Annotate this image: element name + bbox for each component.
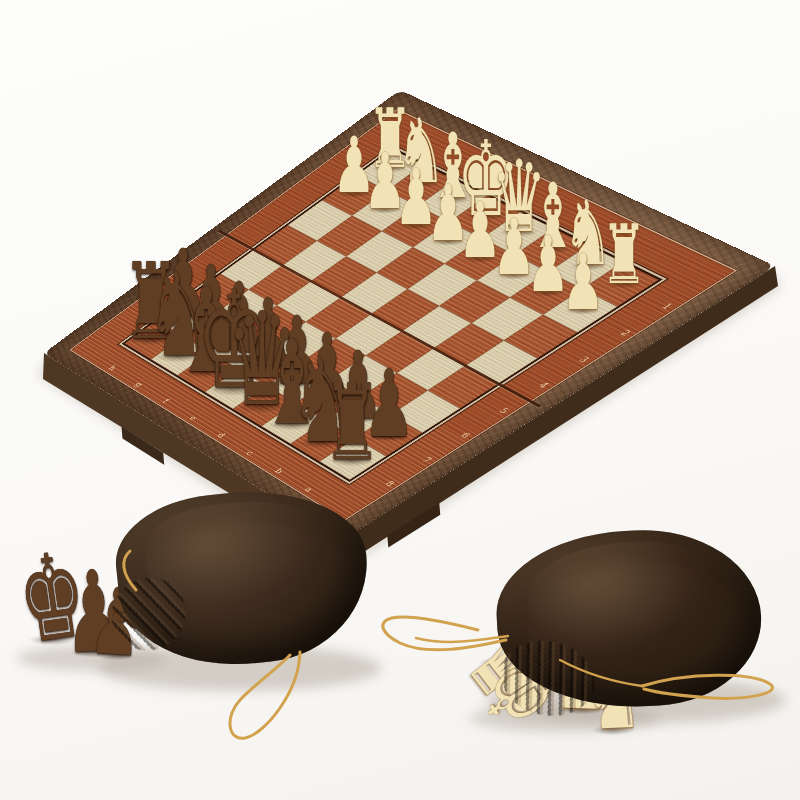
drawstring: [124, 551, 136, 590]
drawstring-loop: [642, 675, 772, 698]
chess-set-photo: hgfedcba12345678 ♜♞♝♚♛♝♞♜♟♟♟♟♟♟♟♟♟♟♟♟♟♟♟…: [0, 0, 800, 800]
drawstring: [383, 617, 506, 650]
gold-drawstrings: [0, 0, 800, 800]
drawstring-loop: [230, 652, 300, 738]
drawstring: [560, 660, 642, 686]
